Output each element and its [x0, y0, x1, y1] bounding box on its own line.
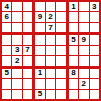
cell-r1c7[interactable]: 1	[69, 2, 78, 11]
cell-r4c8[interactable]: 9	[79, 35, 88, 44]
cell-r1c4[interactable]	[35, 2, 44, 11]
cell-r8c9[interactable]	[90, 79, 99, 88]
cell-r9c9[interactable]	[90, 90, 99, 99]
cell-r1c1[interactable]: 4	[2, 2, 11, 11]
cell-r5c3[interactable]: 7	[23, 46, 32, 55]
cell-r1c8[interactable]	[79, 2, 88, 11]
box-1: 927	[35, 2, 65, 32]
cell-r8c7[interactable]	[69, 79, 78, 88]
cell-r6c8[interactable]	[79, 56, 88, 65]
box-2: 13	[69, 2, 99, 32]
cell-r4c9[interactable]	[90, 35, 99, 44]
cell-r5c9[interactable]	[90, 46, 99, 55]
cell-r1c9[interactable]: 3	[90, 2, 99, 11]
cell-r3c4[interactable]	[35, 23, 44, 32]
cell-r2c6[interactable]	[56, 12, 65, 21]
cell-r2c7[interactable]	[69, 12, 78, 21]
cell-r9c5[interactable]	[46, 90, 55, 99]
cell-r5c1[interactable]	[2, 46, 11, 55]
cell-r3c3[interactable]	[23, 23, 32, 32]
cell-r3c8[interactable]	[79, 23, 88, 32]
cell-r3c7[interactable]	[69, 23, 78, 32]
cell-r2c4[interactable]: 9	[35, 12, 44, 21]
cell-r2c8[interactable]	[79, 12, 88, 21]
cell-r9c3[interactable]	[23, 90, 32, 99]
cell-r3c6[interactable]	[56, 23, 65, 32]
cell-r7c8[interactable]	[79, 69, 88, 78]
sudoku-board: 46927133725951582	[0, 0, 101, 101]
cell-r1c6[interactable]	[56, 2, 65, 11]
cell-r4c7[interactable]: 5	[69, 35, 78, 44]
cell-r1c3[interactable]	[23, 2, 32, 11]
cell-r5c2[interactable]: 3	[12, 46, 21, 55]
cell-r5c4[interactable]	[35, 46, 44, 55]
box-0: 46	[2, 2, 32, 32]
cell-r6c5[interactable]	[46, 56, 55, 65]
cell-r8c1[interactable]	[2, 79, 11, 88]
cell-r9c7[interactable]	[69, 90, 78, 99]
cell-r7c9[interactable]	[90, 69, 99, 78]
cell-r7c1[interactable]: 5	[2, 69, 11, 78]
cell-r6c9[interactable]	[90, 56, 99, 65]
cell-r2c5[interactable]: 2	[46, 12, 55, 21]
cell-r1c2[interactable]	[12, 2, 21, 11]
cell-r9c4[interactable]: 5	[35, 90, 44, 99]
cell-r4c5[interactable]	[46, 35, 55, 44]
box-6: 5	[2, 69, 32, 99]
cell-r2c3[interactable]	[23, 12, 32, 21]
box-7: 15	[35, 69, 65, 99]
cell-r3c9[interactable]	[90, 23, 99, 32]
cell-r9c8[interactable]	[79, 90, 88, 99]
cell-r3c5[interactable]: 7	[46, 23, 55, 32]
cell-r7c5[interactable]	[46, 69, 55, 78]
cell-r6c6[interactable]	[56, 56, 65, 65]
cell-r8c8[interactable]: 2	[79, 79, 88, 88]
cell-r9c1[interactable]	[2, 90, 11, 99]
cell-r7c2[interactable]	[12, 69, 21, 78]
cell-r4c6[interactable]	[56, 35, 65, 44]
cell-r7c4[interactable]: 1	[35, 69, 44, 78]
cell-r8c4[interactable]	[35, 79, 44, 88]
cell-r6c2[interactable]: 2	[12, 56, 21, 65]
box-8: 82	[69, 69, 99, 99]
box-4	[35, 35, 65, 65]
cell-r8c5[interactable]	[46, 79, 55, 88]
cell-r6c4[interactable]	[35, 56, 44, 65]
cell-r3c1[interactable]	[2, 23, 11, 32]
cell-r9c6[interactable]	[56, 90, 65, 99]
cell-r7c6[interactable]	[56, 69, 65, 78]
cell-r8c6[interactable]	[56, 79, 65, 88]
cell-r4c3[interactable]	[23, 35, 32, 44]
box-5: 59	[69, 35, 99, 65]
cell-r2c2[interactable]	[12, 12, 21, 21]
cell-r5c6[interactable]	[56, 46, 65, 55]
cell-r5c8[interactable]	[79, 46, 88, 55]
box-3: 372	[2, 35, 32, 65]
cell-r2c1[interactable]: 6	[2, 12, 11, 21]
cell-r8c2[interactable]	[12, 79, 21, 88]
cell-r5c5[interactable]	[46, 46, 55, 55]
cell-r4c4[interactable]	[35, 35, 44, 44]
cell-r6c7[interactable]	[69, 56, 78, 65]
cell-r2c9[interactable]	[90, 12, 99, 21]
cell-r9c2[interactable]	[12, 90, 21, 99]
cell-r7c3[interactable]	[23, 69, 32, 78]
cell-r6c3[interactable]	[23, 56, 32, 65]
cell-r8c3[interactable]	[23, 79, 32, 88]
cell-r1c5[interactable]	[46, 2, 55, 11]
cell-r6c1[interactable]	[2, 56, 11, 65]
cell-r7c7[interactable]: 8	[69, 69, 78, 78]
cell-r4c1[interactable]	[2, 35, 11, 44]
cell-r4c2[interactable]	[12, 35, 21, 44]
cell-r3c2[interactable]	[12, 23, 21, 32]
cell-r5c7[interactable]	[69, 46, 78, 55]
